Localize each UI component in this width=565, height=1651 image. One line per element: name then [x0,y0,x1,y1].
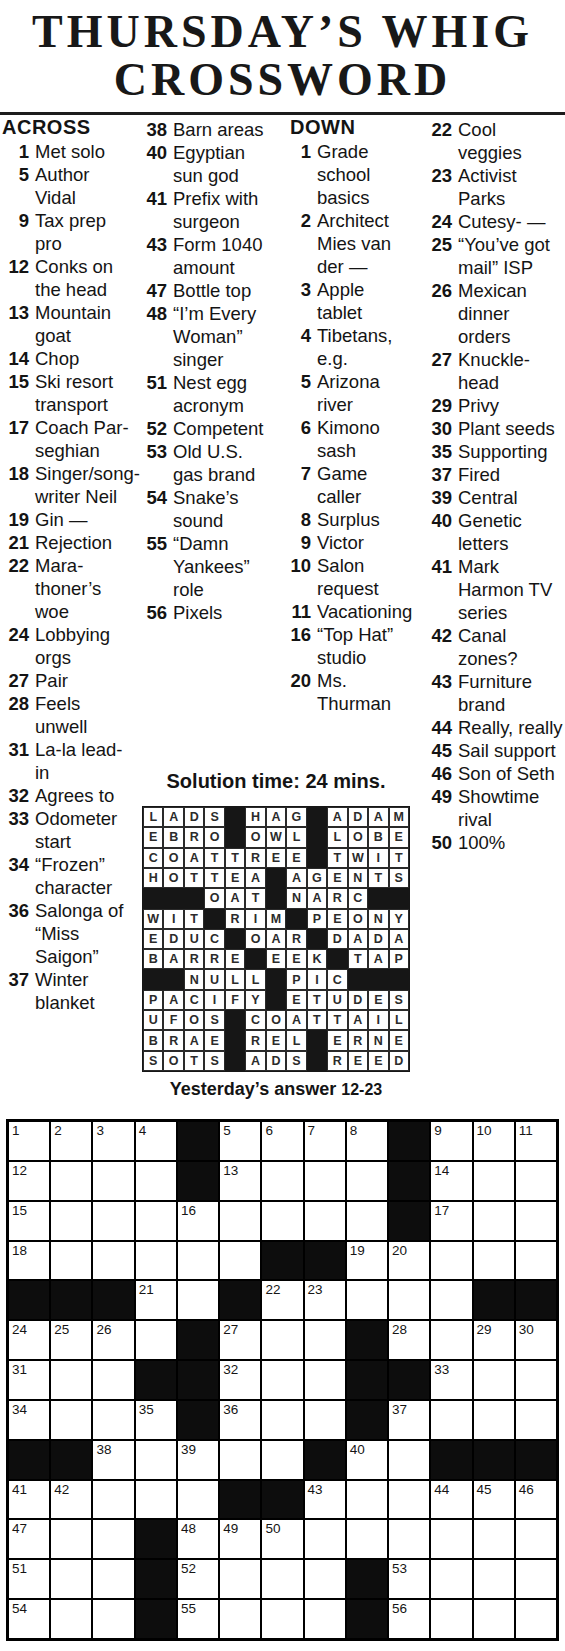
entry-cell[interactable] [177,1280,219,1320]
block-cell [473,1440,515,1480]
clue-text: Agrees to [35,784,134,807]
entry-cell[interactable]: 12 [8,1161,50,1201]
solution-letter-cell: W [143,909,163,929]
entry-cell[interactable]: 31 [8,1360,50,1400]
entry-cell[interactable] [92,1519,134,1559]
clue-text: Com­petent [173,417,269,440]
clue-number: 21 [2,531,35,554]
entry-cell[interactable] [50,1559,92,1599]
entry-cell[interactable] [177,1480,219,1520]
clue-number: 31 [2,738,35,784]
clue-number: 39 [413,486,458,509]
entry-cell[interactable] [346,1280,388,1320]
solution-letter-cell: T [184,909,204,929]
cell-number: 22 [265,1282,280,1297]
clue-number: 24 [2,623,35,669]
cell-number: 8 [350,1123,358,1138]
entry-cell[interactable]: 32 [219,1360,261,1400]
clue-item: 9Tax prep pro [2,209,134,255]
solution-block-cell [368,888,388,908]
entry-cell[interactable] [515,1360,557,1400]
clue-number: 40 [140,141,173,187]
entry-cell[interactable] [304,1360,346,1400]
entry-cell[interactable] [430,1559,472,1599]
entry-cell[interactable]: 9 [430,1121,472,1161]
clue-number: 17 [2,416,35,462]
entry-cell[interactable] [430,1599,472,1639]
entry-cell[interactable] [92,1360,134,1400]
clue-item: 5Arizona river [280,370,413,416]
yesterday-answer-label: Yesterday’s answer [170,1079,336,1099]
entry-cell[interactable]: 23 [304,1280,346,1320]
entry-cell[interactable] [135,1201,177,1241]
solution-letter-cell: C [245,1010,265,1030]
block-cell [135,1519,177,1559]
clue-number: 2 [280,209,317,278]
solution-letter-cell: M [389,807,409,827]
solution-letter-cell: Y [245,990,265,1010]
clue-text: Form 1040 amount [173,233,269,279]
entry-cell[interactable] [261,1320,303,1360]
clue-text: Support­ing [458,440,563,463]
entry-cell[interactable] [473,1201,515,1241]
entry-cell[interactable] [473,1599,515,1639]
entry-cell[interactable] [473,1519,515,1559]
entry-cell[interactable]: 27 [219,1320,261,1360]
entry-cell[interactable]: 11 [515,1121,557,1161]
entry-cell[interactable] [515,1161,557,1201]
solution-block-cell [307,848,327,868]
clue-text: Son of Seth [458,762,563,785]
entry-cell[interactable]: 2 [50,1121,92,1161]
solution-letter-cell: B [368,827,388,847]
clue-text: Mountain goat [35,301,134,347]
solution-letter-cell: A [368,807,388,827]
entry-cell[interactable] [515,1400,557,1440]
solution-letter-cell: N [286,888,306,908]
entry-cell[interactable]: 13 [219,1161,261,1201]
entry-cell[interactable] [219,1599,261,1639]
clue-text: Plant seeds [458,417,563,440]
cell-number: 13 [223,1163,238,1178]
solution-block-cell [266,969,286,989]
entry-cell[interactable] [515,1201,557,1241]
solution-letter-cell: F [225,990,245,1010]
entry-cell[interactable]: 44 [430,1480,472,1520]
entry-cell[interactable] [304,1559,346,1599]
cell-number: 25 [54,1322,69,1337]
clue-text: Lobbying orgs [35,623,134,669]
solution-letter-cell: U [204,969,224,989]
clue-item: 2Architect Mies van der — [280,209,413,278]
solution-block-cell [368,969,388,989]
block-cell [177,1121,219,1161]
entry-cell[interactable]: 24 [8,1320,50,1360]
entry-cell[interactable] [388,1440,430,1480]
solution-letter-cell: K [307,949,327,969]
clue-text: “Damn Yankees” role [173,532,269,601]
entry-cell[interactable]: 17 [430,1201,472,1241]
clue-number: 9 [280,531,317,554]
entry-cell[interactable] [261,1440,303,1480]
entry-cell[interactable] [515,1519,557,1559]
solution-letter-cell: T [204,868,224,888]
entry-cell[interactable]: 26 [92,1320,134,1360]
clue-item: 51Nest egg acronym [140,371,269,417]
clue-text: Furniture brand [458,670,563,716]
entry-cell[interactable] [50,1599,92,1639]
solution-letter-cell: O [245,929,265,949]
entry-cell[interactable]: 30 [515,1320,557,1360]
crossword-page: THURSDAY’S WHIG CROSSWORD ACROSS 1Met so… [0,0,565,1651]
clue-item: 24Cutesy- — [413,210,563,233]
entry-cell[interactable]: 19 [346,1241,388,1281]
entry-cell[interactable] [50,1360,92,1400]
entry-cell[interactable] [473,1400,515,1440]
entry-cell[interactable] [515,1599,557,1639]
entry-cell[interactable] [473,1559,515,1599]
entry-cell[interactable]: 41 [8,1480,50,1520]
solution-block-cell [307,929,327,949]
clue-item: 5Author Vidal [2,163,134,209]
entry-cell[interactable] [219,1201,261,1241]
entry-cell[interactable] [304,1320,346,1360]
solution-letter-cell: P [286,969,306,989]
clue-text: Privy [458,394,563,417]
clue-item: 18Singer/song­writer Neil [2,462,134,508]
entry-cell[interactable]: 33 [430,1360,472,1400]
entry-cell[interactable] [92,1161,134,1201]
clue-text: Cool veggies [458,118,563,164]
solution-letter-cell: O [348,827,368,847]
clue-text: Snake’s sound [173,486,269,532]
entry-cell[interactable] [50,1400,92,1440]
entry-cell[interactable]: 53 [388,1559,430,1599]
solution-block-cell [307,807,327,827]
entry-cell[interactable] [346,1480,388,1520]
entry-cell[interactable]: 20 [388,1241,430,1281]
solution-letter-cell: P [143,990,163,1010]
entry-cell[interactable] [304,1599,346,1639]
entry-cell[interactable] [219,1440,261,1480]
entry-cell[interactable]: 38 [92,1440,134,1480]
cell-number: 4 [139,1123,147,1138]
entry-cell[interactable] [50,1161,92,1201]
solution-letter-cell: T [368,868,388,888]
solution-block-cell [307,1051,327,1071]
entry-cell[interactable] [135,1440,177,1480]
entry-cell[interactable] [177,1241,219,1281]
clue-number: 13 [2,301,35,347]
entry-cell[interactable]: 22 [261,1280,303,1320]
across-header: ACROSS [2,115,134,140]
solution-letter-cell: O [266,1010,286,1030]
entry-cell[interactable]: 7 [304,1121,346,1161]
entry-cell[interactable] [92,1599,134,1639]
entry-cell[interactable]: 3 [92,1121,134,1161]
clue-item: 46Son of Seth [413,762,563,785]
entry-cell[interactable] [304,1400,346,1440]
solution-block-cell [225,1051,245,1071]
entry-cell[interactable]: 21 [135,1280,177,1320]
clue-text: Gin — [35,508,134,531]
cell-number: 23 [308,1282,323,1297]
clue-number: 14 [2,347,35,370]
entry-cell[interactable] [92,1559,134,1599]
solution-letter-cell: T [204,848,224,868]
block-cell [135,1360,177,1400]
clue-item: 50100% [413,831,563,854]
entry-cell[interactable]: 29 [473,1320,515,1360]
solution-letter-cell: D [348,807,368,827]
cell-number: 36 [223,1402,238,1417]
entry-cell[interactable] [50,1241,92,1281]
entry-cell[interactable] [388,1519,430,1559]
entry-cell[interactable] [261,1599,303,1639]
block-cell [388,1121,430,1161]
solution-letter-cell: E [389,1030,409,1050]
entry-cell[interactable] [261,1360,303,1400]
entry-cell[interactable]: 14 [430,1161,472,1201]
solution-letter-cell: R [184,949,204,969]
entry-cell[interactable]: 10 [473,1121,515,1161]
entry-cell[interactable] [219,1559,261,1599]
entry-cell[interactable] [135,1480,177,1520]
entry-cell[interactable] [430,1320,472,1360]
clue-item: 47Bottle top [140,279,269,302]
entry-cell[interactable] [92,1201,134,1241]
clue-number: 38 [140,118,173,141]
entry-cell[interactable] [304,1519,346,1559]
entry-cell[interactable]: 50 [261,1519,303,1559]
entry-cell[interactable] [261,1201,303,1241]
block-cell [515,1440,557,1480]
clue-item: 40Egyptian sun god [140,141,269,187]
entry-cell[interactable]: 55 [177,1599,219,1639]
entry-cell[interactable] [473,1161,515,1201]
clue-item: 43Form 1040 amount [140,233,269,279]
entry-cell[interactable]: 35 [135,1400,177,1440]
entry-cell[interactable]: 18 [8,1241,50,1281]
solution-letter-cell: U [143,1010,163,1030]
clue-item: 22Mara­thoner’s woe [2,554,134,623]
entry-cell[interactable]: 51 [8,1559,50,1599]
yesterday-answer-date: 12-23 [341,1081,382,1098]
solution-letter-cell: C [184,990,204,1010]
clue-text: Conks on the head [35,255,134,301]
entry-cell[interactable]: 1 [8,1121,50,1161]
entry-cell[interactable] [219,1241,261,1281]
clue-number: 1 [2,140,35,163]
entry-cell[interactable]: 48 [177,1519,219,1559]
entry-cell[interactable]: 45 [473,1480,515,1520]
clue-item: 55“Damn Yankees” role [140,532,269,601]
clue-item: 15Ski resort transport [2,370,134,416]
entry-cell[interactable] [346,1201,388,1241]
entry-cell[interactable] [388,1280,430,1320]
solution-letter-cell: E [327,909,347,929]
entry-cell[interactable]: 15 [8,1201,50,1241]
solution-letter-cell: D [348,990,368,1010]
entry-cell[interactable] [135,1241,177,1281]
block-cell [473,1280,515,1320]
cell-number: 52 [181,1561,196,1576]
entry-cell[interactable] [473,1241,515,1281]
solution-letter-cell: H [143,868,163,888]
clue-text: Salonga of “Miss Saigon” [35,899,134,968]
clue-number: 43 [140,233,173,279]
solution-letter-cell: A [184,1030,204,1050]
clue-number: 36 [2,899,35,968]
cell-number: 17 [434,1203,449,1218]
entry-cell[interactable] [430,1241,472,1281]
entry-cell[interactable] [430,1400,472,1440]
page-title-line1: THURSDAY’S WHIG [0,8,565,56]
clue-text: Vacation­ing [317,600,413,623]
entry-cell[interactable] [515,1241,557,1281]
entry-cell[interactable] [346,1161,388,1201]
entry-cell[interactable]: 47 [8,1519,50,1559]
entry-cell[interactable] [388,1480,430,1520]
entry-cell[interactable] [135,1161,177,1201]
entry-cell[interactable] [92,1241,134,1281]
entry-cell[interactable]: 40 [346,1440,388,1480]
solution-letter-cell: I [204,990,224,1010]
solution-letter-cell: R [327,888,347,908]
clue-item: 22Cool veggies [413,118,563,164]
cell-number: 46 [519,1482,534,1497]
solution-letter-cell: R [163,1030,183,1050]
entry-cell[interactable] [304,1161,346,1201]
entry-cell[interactable]: 5 [219,1121,261,1161]
entry-cell[interactable] [430,1280,472,1320]
solution-letter-cell: A [184,848,204,868]
solution-letter-cell: E [266,1030,286,1050]
entry-cell[interactable] [473,1360,515,1400]
clue-text: Knuckle­head [458,348,563,394]
clue-item: 38Barn areas [140,118,269,141]
cell-number: 10 [477,1123,492,1138]
block-cell [388,1161,430,1201]
solution-letter-cell: A [307,888,327,908]
entry-cell[interactable]: 16 [177,1201,219,1241]
solution-letter-cell: A [266,807,286,827]
clue-number: 1 [280,140,317,209]
clue-text: Apple tablet [317,278,413,324]
block-cell [219,1280,261,1320]
entry-cell[interactable] [261,1161,303,1201]
entry-cell[interactable]: 6 [261,1121,303,1161]
cell-number: 50 [265,1521,280,1536]
entry-cell[interactable]: 37 [388,1400,430,1440]
clue-text: Kimono sash [317,416,413,462]
clue-text: Author Vidal [35,163,134,209]
solution-letter-cell: P [389,949,409,969]
entry-cell[interactable]: 43 [304,1480,346,1520]
entry-cell[interactable] [304,1201,346,1241]
block-cell [261,1480,303,1520]
clue-text: Chop [35,347,134,370]
entry-cell[interactable]: 56 [388,1599,430,1639]
entry-cell[interactable]: 25 [50,1320,92,1360]
clue-number: 54 [140,486,173,532]
yesterday-answer-caption: Yesterday’s answer 12-23 [140,1079,412,1100]
clue-text: Architect Mies van der — [317,209,413,278]
clue-text: Winter blanket [35,968,134,1014]
entry-cell[interactable]: 42 [50,1480,92,1520]
cell-number: 29 [477,1322,492,1337]
solution-letter-cell: T [327,1010,347,1030]
solution-letter-cell: T [245,888,265,908]
entry-cell[interactable] [50,1201,92,1241]
clue-number: 3 [280,278,317,324]
entry-cell[interactable]: 28 [388,1320,430,1360]
clue-text: Old U.S. gas brand [173,440,269,486]
solution-letter-cell: B [143,1030,163,1050]
down-clue-list-2: 22Cool veggies23Activist Parks24Cutesy- … [413,118,563,854]
solution-letter-cell: C [327,969,347,989]
entry-cell[interactable] [92,1480,134,1520]
clue-number: 48 [140,302,173,371]
clue-item: 37Fired [413,463,563,486]
entry-cell[interactable] [430,1519,472,1559]
clue-number: 11 [280,600,317,623]
clue-text: Met solo [35,140,134,163]
cell-number: 21 [139,1282,154,1297]
clue-number: 20 [280,669,317,715]
entry-cell[interactable]: 52 [177,1559,219,1599]
entry-cell[interactable]: 8 [346,1121,388,1161]
entry-cell[interactable] [515,1559,557,1599]
entry-cell[interactable]: 34 [8,1400,50,1440]
solution-letter-cell: S [389,990,409,1010]
entry-cell[interactable]: 36 [219,1400,261,1440]
clue-number: 12 [2,255,35,301]
entry-cell[interactable] [261,1559,303,1599]
entry-cell[interactable] [135,1320,177,1360]
clue-number: 42 [413,624,458,670]
solution-letter-cell: R [348,1030,368,1050]
entry-cell[interactable]: 39 [177,1440,219,1480]
solution-letter-cell: A [163,807,183,827]
clue-item: 14Chop [2,347,134,370]
cell-number: 51 [12,1561,27,1576]
entry-cell[interactable] [346,1519,388,1559]
solution-letter-cell: N [368,1030,388,1050]
clue-text: Fired [458,463,563,486]
entry-cell[interactable] [50,1519,92,1559]
clue-number: 4 [280,324,317,370]
block-cell [8,1280,50,1320]
solution-letter-cell: T [307,990,327,1010]
block-cell [219,1480,261,1520]
entry-cell[interactable]: 4 [135,1121,177,1161]
clue-text: “Top Hat” studio [317,623,413,669]
solution-letter-cell: A [327,807,347,827]
entry-cell[interactable] [92,1400,134,1440]
cell-number: 33 [434,1362,449,1377]
block-cell [388,1201,430,1241]
entry-cell[interactable] [261,1400,303,1440]
entry-cell[interactable]: 54 [8,1599,50,1639]
clue-number: 28 [2,692,35,738]
clue-text: Singer/song­writer Neil [35,462,140,508]
clue-number: 8 [280,508,317,531]
entry-cell[interactable]: 49 [219,1519,261,1559]
solution-letter-cell: E [327,868,347,888]
entry-cell[interactable]: 46 [515,1480,557,1520]
clue-text: 100% [458,831,563,854]
